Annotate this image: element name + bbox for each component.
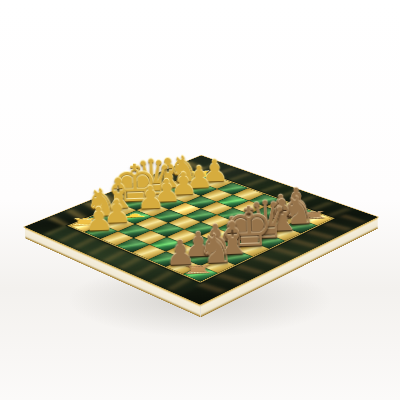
- chessboard: ♜♟♟♜♞♟♟♞♝♟♟♝♛♟♟♛♚♟♟♚♝♟♟♝♞♟♟♞♜♟♟♜: [24, 156, 377, 305]
- bronze-pawn: ♟: [165, 235, 197, 270]
- pawn-piece-glyph: ♟: [165, 235, 197, 270]
- gold-pawn: ♟: [84, 202, 114, 235]
- product-photo-scene: ♜♟♟♜♞♟♟♞♝♟♟♝♛♟♟♛♚♟♟♚♝♟♟♝♞♟♟♞♜♟♟♜: [0, 0, 400, 400]
- board-lacquer-border: ♜♟♟♜♞♟♟♞♝♟♟♝♛♟♟♛♚♟♟♚♝♟♟♝♞♟♟♞♜♟♟♜: [24, 156, 377, 305]
- knight-piece-glyph: ♞: [197, 228, 235, 270]
- perspective-wrapper: ♜♟♟♜♞♟♟♞♝♟♟♝♛♟♟♛♚♟♟♚♝♟♟♝♞♟♟♞♜♟♟♜: [0, 0, 400, 400]
- gold-pawn: ♟: [136, 181, 165, 213]
- pawn-piece-glyph: ♟: [136, 181, 165, 213]
- bronze-knight: ♞: [197, 228, 235, 270]
- pawn-piece-glyph: ♟: [84, 202, 114, 235]
- bronze-rook: ♜: [177, 266, 220, 276]
